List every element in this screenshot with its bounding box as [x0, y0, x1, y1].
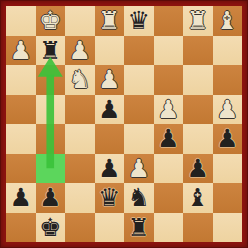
square-b7[interactable]: ♝ [183, 183, 213, 213]
square-e7[interactable]: ♛ [95, 183, 125, 213]
square-d1[interactable]: ♛ [124, 6, 154, 36]
square-e5[interactable] [95, 124, 125, 154]
black-pawn[interactable]: ♟ [95, 154, 125, 184]
square-a1[interactable]: ♝ [213, 6, 243, 36]
square-d2[interactable] [124, 36, 154, 66]
square-c1[interactable] [154, 6, 184, 36]
black-queen[interactable]: ♛ [95, 183, 125, 213]
black-pawn[interactable]: ♟ [213, 124, 243, 154]
square-c2[interactable] [154, 36, 184, 66]
black-rook[interactable]: ♜ [124, 213, 154, 243]
square-b2[interactable] [183, 36, 213, 66]
square-h1[interactable] [6, 6, 36, 36]
square-g1[interactable]: ♚ [36, 6, 66, 36]
square-a4[interactable]: ♟ [213, 95, 243, 125]
square-h5[interactable] [6, 124, 36, 154]
square-e3[interactable]: ♟ [95, 65, 125, 95]
black-queen[interactable]: ♛ [124, 6, 154, 36]
square-d3[interactable] [124, 65, 154, 95]
square-f1[interactable] [65, 6, 95, 36]
square-a5[interactable]: ♟ [213, 124, 243, 154]
white-pawn[interactable]: ♟ [65, 36, 95, 66]
square-b4[interactable] [183, 95, 213, 125]
square-b8[interactable] [183, 213, 213, 243]
white-pawn[interactable]: ♟ [95, 65, 125, 95]
square-g7[interactable]: ♟ [36, 183, 66, 213]
white-bishop[interactable]: ♝ [213, 6, 243, 36]
square-h3[interactable] [6, 65, 36, 95]
square-f3[interactable]: ♞ [65, 65, 95, 95]
square-a8[interactable] [213, 213, 243, 243]
square-g4[interactable] [36, 95, 66, 125]
square-f8[interactable] [65, 213, 95, 243]
square-g2[interactable]: ♜ [36, 36, 66, 66]
square-c6[interactable] [154, 154, 184, 184]
square-d6[interactable]: ♟ [124, 154, 154, 184]
white-rook[interactable]: ♜ [95, 6, 125, 36]
square-a3[interactable] [213, 65, 243, 95]
square-b6[interactable]: ♟ [183, 154, 213, 184]
square-g6[interactable] [36, 154, 66, 184]
square-h6[interactable] [6, 154, 36, 184]
square-b1[interactable]: ♜ [183, 6, 213, 36]
square-f5[interactable] [65, 124, 95, 154]
black-bishop[interactable]: ♝ [183, 183, 213, 213]
white-pawn[interactable]: ♟ [154, 95, 184, 125]
square-h4[interactable] [6, 95, 36, 125]
white-rook[interactable]: ♜ [183, 6, 213, 36]
black-pawn[interactable]: ♟ [6, 183, 36, 213]
square-e1[interactable]: ♜ [95, 6, 125, 36]
square-h2[interactable]: ♟ [6, 36, 36, 66]
white-pawn[interactable]: ♟ [213, 95, 243, 125]
square-c3[interactable] [154, 65, 184, 95]
black-pawn[interactable]: ♟ [154, 124, 184, 154]
square-c4[interactable]: ♟ [154, 95, 184, 125]
square-a6[interactable] [213, 154, 243, 184]
square-a7[interactable] [213, 183, 243, 213]
square-d5[interactable] [124, 124, 154, 154]
black-pawn[interactable]: ♟ [183, 154, 213, 184]
white-knight[interactable]: ♞ [65, 65, 95, 95]
chess-board: ♚♜♛♜♝♟♜♟♞♟♟♟♟♟♟♟♟♟♟♟♛♞♝♚♜ [6, 6, 242, 242]
black-king[interactable]: ♚ [36, 213, 66, 243]
black-rook[interactable]: ♜ [36, 36, 66, 66]
square-f6[interactable] [65, 154, 95, 184]
square-g8[interactable]: ♚ [36, 213, 66, 243]
white-pawn[interactable]: ♟ [6, 36, 36, 66]
black-pawn[interactable]: ♟ [95, 95, 125, 125]
square-b3[interactable] [183, 65, 213, 95]
square-d7[interactable]: ♞ [124, 183, 154, 213]
board-frame: ♚♜♛♜♝♟♜♟♞♟♟♟♟♟♟♟♟♟♟♟♛♞♝♚♜ [0, 0, 248, 248]
square-c7[interactable] [154, 183, 184, 213]
square-h8[interactable] [6, 213, 36, 243]
square-f7[interactable] [65, 183, 95, 213]
square-e4[interactable]: ♟ [95, 95, 125, 125]
square-e6[interactable]: ♟ [95, 154, 125, 184]
square-h7[interactable]: ♟ [6, 183, 36, 213]
square-f2[interactable]: ♟ [65, 36, 95, 66]
square-c8[interactable] [154, 213, 184, 243]
square-e8[interactable] [95, 213, 125, 243]
square-d4[interactable] [124, 95, 154, 125]
white-king[interactable]: ♚ [36, 6, 66, 36]
black-pawn[interactable]: ♟ [36, 183, 66, 213]
square-c5[interactable]: ♟ [154, 124, 184, 154]
square-b5[interactable] [183, 124, 213, 154]
square-g3[interactable] [36, 65, 66, 95]
square-a2[interactable] [213, 36, 243, 66]
black-knight[interactable]: ♞ [124, 183, 154, 213]
square-e2[interactable] [95, 36, 125, 66]
square-f4[interactable] [65, 95, 95, 125]
square-d8[interactable]: ♜ [124, 213, 154, 243]
square-g5[interactable] [36, 124, 66, 154]
white-pawn[interactable]: ♟ [124, 154, 154, 184]
